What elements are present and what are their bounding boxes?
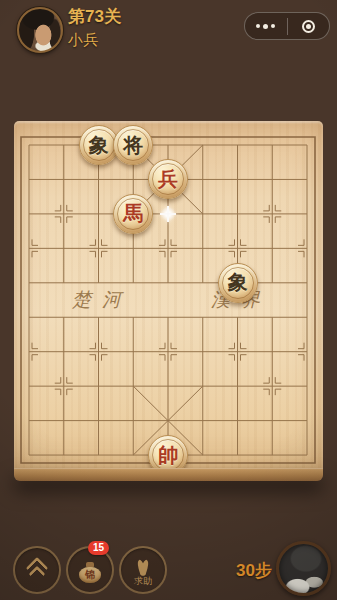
piece-label: 兵 — [158, 166, 178, 193]
app-screen: 第73关 小兵 楚河 漢界 象将兵馬象帥 锦 15 求助 — [0, 0, 337, 600]
help-button-label: 求助 — [134, 577, 152, 586]
player-avatar — [17, 7, 63, 53]
piece-象[interactable]: 象 — [218, 263, 258, 303]
hint-bag-char: 锦 — [78, 568, 102, 582]
expand-button[interactable] — [13, 546, 61, 594]
piece-label: 象 — [89, 132, 109, 159]
level-title: 第73关 — [68, 8, 121, 25]
sparkle-effect — [159, 205, 177, 223]
steps-remaining-label: 30步 — [236, 559, 272, 582]
level-name: 小兵 — [68, 32, 121, 47]
piece-label: 馬 — [123, 200, 143, 227]
pieces-layer: 象将兵馬象帥 — [14, 121, 323, 468]
more-icon — [256, 24, 275, 29]
close-icon — [302, 20, 315, 33]
piece-将[interactable]: 将 — [113, 125, 153, 165]
piece-label: 将 — [123, 132, 143, 159]
help-button[interactable]: 求助 — [119, 546, 167, 594]
hint-bag-icon: 锦 — [78, 562, 102, 583]
board-front-edge — [14, 468, 323, 481]
piece-label: 帥 — [158, 442, 178, 469]
wechat-capsule — [244, 12, 330, 40]
piece-label: 象 — [228, 269, 248, 296]
level-titles: 第73关 小兵 — [68, 8, 121, 47]
praying-hands-icon — [137, 558, 149, 576]
piece-兵[interactable]: 兵 — [148, 159, 188, 199]
more-button[interactable] — [245, 13, 287, 39]
hint-count-badge: 15 — [88, 541, 109, 555]
opponent-avatar — [276, 541, 331, 596]
piece-馬[interactable]: 馬 — [113, 194, 153, 234]
close-button[interactable] — [288, 13, 330, 39]
xiangqi-board[interactable]: 楚河 漢界 象将兵馬象帥 — [14, 121, 323, 468]
